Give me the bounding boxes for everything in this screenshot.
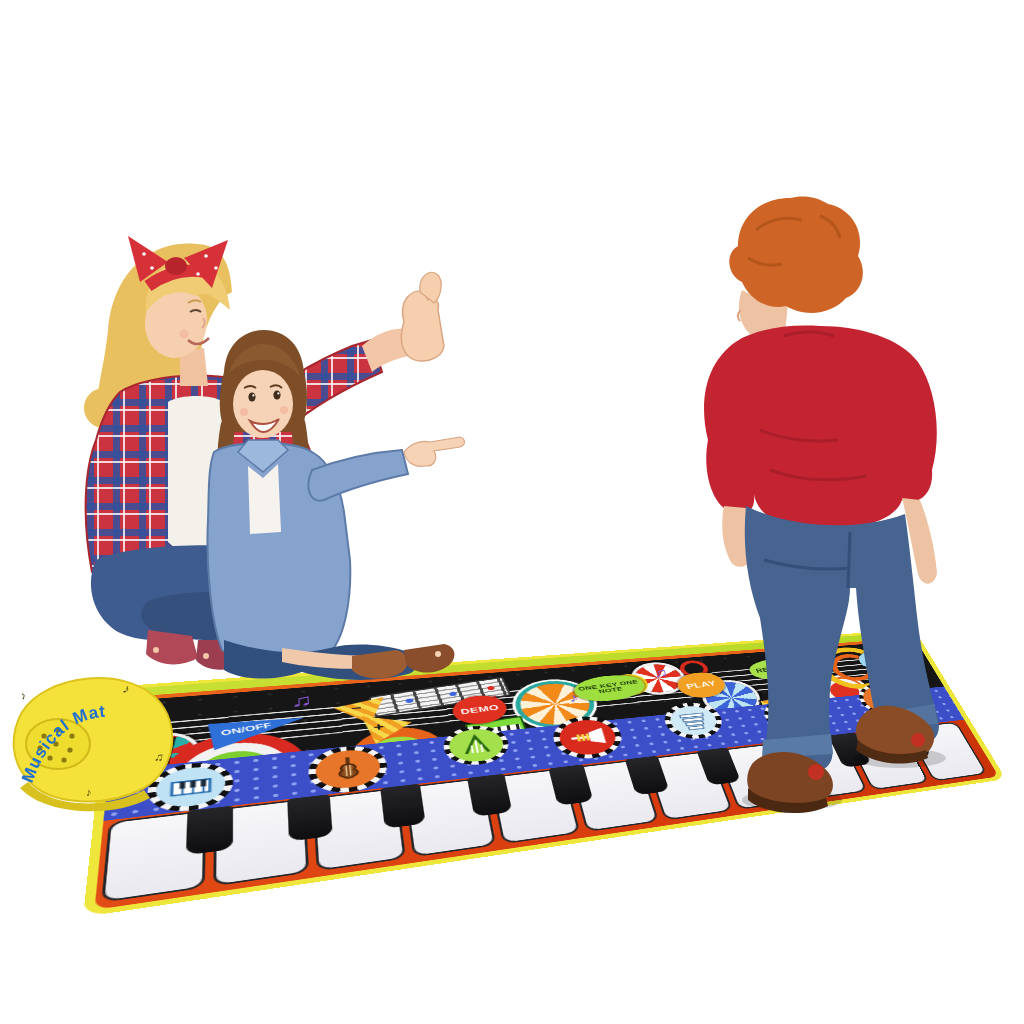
woman-toes: [153, 647, 159, 653]
girl-sandal: [404, 644, 454, 673]
girl-eye-glint: [277, 392, 279, 394]
girl-toes: [435, 651, 441, 657]
product-photo: ON/OFF − + ♫ ♪ ♫ ♪ ♫ ♪ ♫ DEMO ONE KEY ON…: [0, 0, 1024, 1024]
girl-eye-glint: [252, 394, 254, 396]
speaker-pod: Musical Mat ♪ ♫ ♪ ♪: [2, 664, 192, 814]
woman-toes: [203, 653, 209, 659]
girl-blush: [280, 406, 288, 414]
boy-figure: [704, 196, 946, 813]
girl-eye: [248, 392, 255, 401]
boy-shoe-heel-patch: [808, 764, 824, 780]
girl-eye: [273, 390, 280, 399]
people-illustration: [0, 0, 1024, 1024]
boy-tshirt: [704, 326, 937, 531]
girl-blush: [240, 408, 248, 416]
woman-thumbs-up-hand: [401, 291, 444, 361]
woman-blush: [180, 330, 189, 339]
girl-arm-pointing: [308, 450, 408, 501]
boy-shoe-heel-patch: [911, 733, 925, 747]
music-note-icon: ♪: [18, 689, 28, 702]
music-note-icon: ♪: [86, 786, 92, 798]
girl-pointing-hand: [404, 437, 465, 466]
